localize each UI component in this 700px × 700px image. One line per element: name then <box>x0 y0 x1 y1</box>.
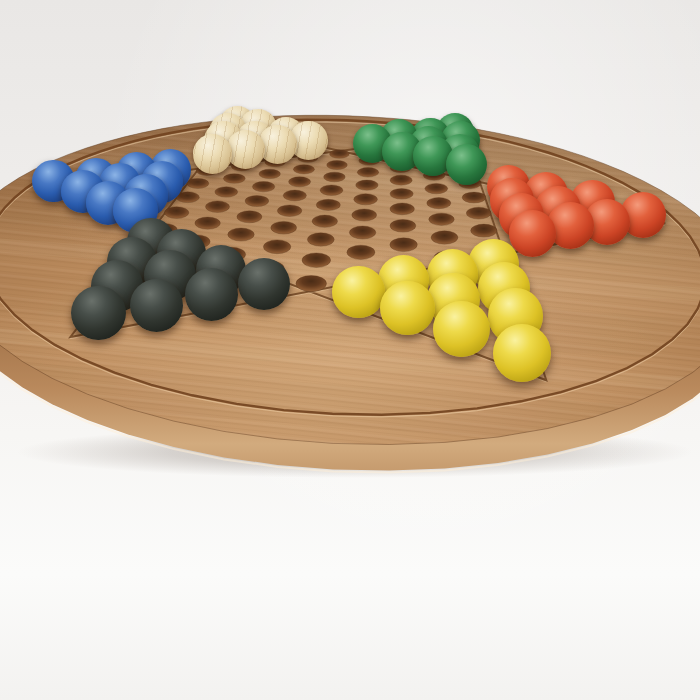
board-hole[interactable] <box>347 245 375 259</box>
board-hole[interactable] <box>390 220 416 233</box>
board-hole[interactable] <box>271 221 297 234</box>
board-hole[interactable] <box>283 190 306 201</box>
marble-black[interactable] <box>238 258 290 310</box>
board-hole[interactable] <box>296 276 327 292</box>
marble-black[interactable] <box>71 286 126 341</box>
board-hole[interactable] <box>289 177 311 187</box>
board-hole[interactable] <box>164 207 188 219</box>
board-hole[interactable] <box>462 192 486 203</box>
board-hole[interactable] <box>425 183 448 193</box>
board-hole[interactable] <box>195 217 220 229</box>
board-hole[interactable] <box>349 226 375 239</box>
board-hole[interactable] <box>307 233 334 246</box>
board-hole[interactable] <box>429 213 454 225</box>
board-hole[interactable] <box>390 189 413 200</box>
board-hole[interactable] <box>466 207 491 219</box>
marble-yellow[interactable] <box>380 281 434 335</box>
board-hole[interactable] <box>390 238 417 252</box>
marble-yellow[interactable] <box>332 266 385 319</box>
marble-yellow[interactable] <box>493 324 551 382</box>
board-hole[interactable] <box>206 201 230 212</box>
board-hole[interactable] <box>252 182 274 192</box>
board-hole[interactable] <box>390 175 412 185</box>
board-hole[interactable] <box>357 168 378 177</box>
board-hole[interactable] <box>187 178 209 188</box>
marble-yellow[interactable] <box>433 301 489 357</box>
board-hole[interactable] <box>215 187 238 197</box>
marble-black[interactable] <box>185 268 238 321</box>
board-hole[interactable] <box>237 211 262 223</box>
board-hole[interactable] <box>245 196 269 207</box>
board-hole[interactable] <box>327 161 348 170</box>
board-hole[interactable] <box>223 174 245 184</box>
board-hole[interactable] <box>316 199 340 210</box>
board-hole[interactable] <box>259 169 280 178</box>
board-hole[interactable] <box>302 253 331 268</box>
board-hole[interactable] <box>427 198 451 209</box>
marble-natural[interactable] <box>193 134 233 174</box>
board <box>0 0 700 700</box>
board-hole[interactable] <box>390 203 414 215</box>
board-hole[interactable] <box>471 224 497 237</box>
board-hole[interactable] <box>320 185 343 195</box>
board-hole[interactable] <box>352 209 377 221</box>
board-hole[interactable] <box>324 172 346 182</box>
board-hole[interactable] <box>277 205 301 217</box>
board-hole[interactable] <box>312 215 337 227</box>
board-hole[interactable] <box>263 240 290 254</box>
board-hole[interactable] <box>228 228 254 241</box>
board-hole[interactable] <box>356 180 378 190</box>
board-hole[interactable] <box>431 231 458 244</box>
board-hole[interactable] <box>330 150 350 158</box>
marble-green[interactable] <box>446 144 487 185</box>
chinese-checkers-photo <box>0 0 700 700</box>
board-hole[interactable] <box>293 165 314 174</box>
board-hole[interactable] <box>354 194 378 205</box>
